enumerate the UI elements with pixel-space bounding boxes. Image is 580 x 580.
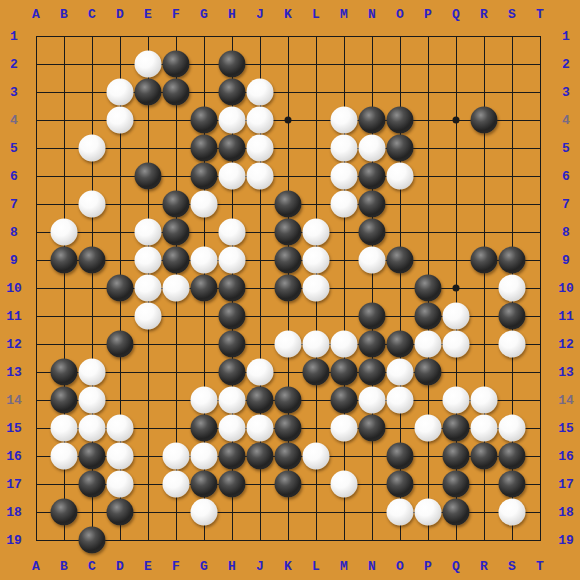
black-stone (471, 107, 498, 134)
black-stone (107, 331, 134, 358)
white-stone (219, 163, 246, 190)
black-stone (219, 51, 246, 78)
black-stone (499, 471, 526, 498)
row-label-right: 6 (562, 170, 570, 183)
black-stone (415, 275, 442, 302)
white-stone (499, 275, 526, 302)
white-stone (51, 219, 78, 246)
black-stone (387, 443, 414, 470)
black-stone (191, 415, 218, 442)
column-label-bottom: Q (452, 560, 460, 573)
column-label-bottom: S (508, 560, 516, 573)
white-stone (219, 107, 246, 134)
column-label-top: M (340, 8, 348, 21)
row-label-right: 13 (558, 366, 574, 379)
black-stone (359, 303, 386, 330)
white-stone (163, 471, 190, 498)
white-stone (219, 247, 246, 274)
white-stone (79, 415, 106, 442)
white-stone (107, 471, 134, 498)
black-stone (79, 471, 106, 498)
black-stone (359, 415, 386, 442)
black-stone (443, 471, 470, 498)
row-label-left: 6 (10, 170, 18, 183)
row-label-left: 13 (6, 366, 22, 379)
black-stone (219, 303, 246, 330)
white-stone (247, 415, 274, 442)
star-point (453, 285, 460, 292)
black-stone (275, 471, 302, 498)
row-label-right: 9 (562, 254, 570, 267)
black-stone (275, 275, 302, 302)
white-stone (219, 219, 246, 246)
black-stone (387, 471, 414, 498)
white-stone (79, 191, 106, 218)
black-stone (303, 359, 330, 386)
row-label-left: 12 (6, 338, 22, 351)
white-stone (303, 443, 330, 470)
black-stone (275, 443, 302, 470)
white-stone (471, 387, 498, 414)
black-stone (359, 331, 386, 358)
white-stone (163, 275, 190, 302)
row-label-right: 11 (558, 310, 574, 323)
white-stone (303, 275, 330, 302)
grid-line-horizontal (36, 372, 541, 373)
black-stone (107, 499, 134, 526)
black-stone (163, 247, 190, 274)
row-label-left: 3 (10, 86, 18, 99)
white-stone (303, 331, 330, 358)
column-label-bottom: E (144, 560, 152, 573)
white-stone (79, 135, 106, 162)
column-label-bottom: M (340, 560, 348, 573)
black-stone (191, 135, 218, 162)
column-label-bottom: H (228, 560, 236, 573)
black-stone (331, 359, 358, 386)
column-label-bottom: C (88, 560, 96, 573)
white-stone (443, 303, 470, 330)
black-stone (51, 359, 78, 386)
row-label-right: 5 (562, 142, 570, 155)
row-label-left: 14 (6, 394, 22, 407)
white-stone (247, 163, 274, 190)
column-label-top: T (536, 8, 544, 21)
column-label-top: P (424, 8, 432, 21)
black-stone (191, 471, 218, 498)
column-label-bottom: J (256, 560, 264, 573)
row-label-left: 17 (6, 478, 22, 491)
white-stone (247, 107, 274, 134)
black-stone (219, 359, 246, 386)
black-stone (275, 219, 302, 246)
white-stone (51, 443, 78, 470)
column-label-bottom: A (32, 560, 40, 573)
black-stone (387, 331, 414, 358)
black-stone (415, 303, 442, 330)
black-stone (163, 191, 190, 218)
go-board[interactable]: AABBCCDDEEFFGGHHJJKKLLMMNNOOPPQQRRSSTT11… (0, 0, 580, 580)
column-label-top: N (368, 8, 376, 21)
grid-line-vertical (540, 36, 541, 541)
column-label-top: D (116, 8, 124, 21)
white-stone (191, 443, 218, 470)
black-stone (443, 443, 470, 470)
column-label-top: A (32, 8, 40, 21)
column-label-top: R (480, 8, 488, 21)
column-label-top: S (508, 8, 516, 21)
row-label-right: 16 (558, 450, 574, 463)
black-stone (387, 135, 414, 162)
column-label-top: E (144, 8, 152, 21)
black-stone (163, 79, 190, 106)
black-stone (79, 443, 106, 470)
white-stone (359, 135, 386, 162)
white-stone (247, 79, 274, 106)
column-label-top: J (256, 8, 264, 21)
black-stone (163, 51, 190, 78)
white-stone (79, 387, 106, 414)
white-stone (499, 415, 526, 442)
black-stone (191, 107, 218, 134)
black-stone (275, 415, 302, 442)
black-stone (163, 219, 190, 246)
white-stone (331, 471, 358, 498)
white-stone (331, 163, 358, 190)
row-label-left: 4 (10, 114, 18, 127)
black-stone (499, 443, 526, 470)
white-stone (191, 247, 218, 274)
column-label-bottom: T (536, 560, 544, 573)
column-label-bottom: R (480, 560, 488, 573)
column-label-bottom: F (172, 560, 180, 573)
white-stone (499, 331, 526, 358)
column-label-top: K (284, 8, 292, 21)
row-label-left: 1 (10, 30, 18, 43)
row-label-left: 11 (6, 310, 22, 323)
star-point (453, 117, 460, 124)
black-stone (387, 107, 414, 134)
star-point (285, 117, 292, 124)
white-stone (303, 219, 330, 246)
black-stone (387, 247, 414, 274)
black-stone (51, 247, 78, 274)
white-stone (331, 331, 358, 358)
black-stone (443, 499, 470, 526)
black-stone (191, 275, 218, 302)
black-stone (51, 499, 78, 526)
column-label-bottom: O (396, 560, 404, 573)
row-label-right: 18 (558, 506, 574, 519)
white-stone (415, 331, 442, 358)
column-label-top: F (172, 8, 180, 21)
row-label-right: 19 (558, 534, 574, 547)
column-label-top: B (60, 8, 68, 21)
white-stone (387, 359, 414, 386)
black-stone (331, 387, 358, 414)
row-label-left: 8 (10, 226, 18, 239)
white-stone (415, 415, 442, 442)
column-label-top: G (200, 8, 208, 21)
white-stone (247, 359, 274, 386)
row-label-right: 12 (558, 338, 574, 351)
row-label-right: 4 (562, 114, 570, 127)
row-label-left: 18 (6, 506, 22, 519)
black-stone (135, 163, 162, 190)
row-label-right: 10 (558, 282, 574, 295)
white-stone (107, 443, 134, 470)
white-stone (191, 387, 218, 414)
black-stone (275, 387, 302, 414)
white-stone (303, 247, 330, 274)
column-label-bottom: L (312, 560, 320, 573)
black-stone (247, 443, 274, 470)
row-label-right: 8 (562, 226, 570, 239)
black-stone (359, 191, 386, 218)
column-label-top: O (396, 8, 404, 21)
black-stone (443, 415, 470, 442)
column-label-bottom: P (424, 560, 432, 573)
white-stone (135, 247, 162, 274)
white-stone (135, 219, 162, 246)
column-label-top: L (312, 8, 320, 21)
row-label-left: 19 (6, 534, 22, 547)
white-stone (331, 415, 358, 442)
black-stone (499, 247, 526, 274)
white-stone (471, 415, 498, 442)
white-stone (135, 51, 162, 78)
black-stone (359, 219, 386, 246)
black-stone (359, 163, 386, 190)
white-stone (107, 415, 134, 442)
row-label-left: 16 (6, 450, 22, 463)
white-stone (443, 387, 470, 414)
row-label-left: 2 (10, 58, 18, 71)
grid-line-horizontal (36, 540, 541, 541)
white-stone (51, 415, 78, 442)
white-stone (79, 359, 106, 386)
column-label-bottom: D (116, 560, 124, 573)
column-label-bottom: G (200, 560, 208, 573)
black-stone (471, 443, 498, 470)
white-stone (275, 331, 302, 358)
row-label-left: 15 (6, 422, 22, 435)
white-stone (219, 387, 246, 414)
white-stone (387, 387, 414, 414)
black-stone (471, 247, 498, 274)
white-stone (415, 499, 442, 526)
row-label-right: 3 (562, 86, 570, 99)
black-stone (415, 359, 442, 386)
white-stone (359, 247, 386, 274)
black-stone (219, 471, 246, 498)
row-label-right: 15 (558, 422, 574, 435)
white-stone (331, 135, 358, 162)
black-stone (275, 191, 302, 218)
white-stone (387, 163, 414, 190)
black-stone (247, 387, 274, 414)
column-label-top: H (228, 8, 236, 21)
white-stone (135, 275, 162, 302)
column-label-bottom: B (60, 560, 68, 573)
column-label-top: C (88, 8, 96, 21)
black-stone (499, 303, 526, 330)
white-stone (163, 443, 190, 470)
column-label-bottom: N (368, 560, 376, 573)
white-stone (331, 191, 358, 218)
white-stone (107, 79, 134, 106)
black-stone (359, 359, 386, 386)
row-label-right: 2 (562, 58, 570, 71)
white-stone (219, 415, 246, 442)
black-stone (107, 275, 134, 302)
row-label-left: 9 (10, 254, 18, 267)
black-stone (51, 387, 78, 414)
black-stone (191, 163, 218, 190)
row-label-right: 14 (558, 394, 574, 407)
black-stone (219, 331, 246, 358)
white-stone (107, 107, 134, 134)
row-label-right: 7 (562, 198, 570, 211)
black-stone (219, 275, 246, 302)
black-stone (79, 527, 106, 554)
black-stone (135, 79, 162, 106)
white-stone (191, 191, 218, 218)
row-label-right: 17 (558, 478, 574, 491)
white-stone (135, 303, 162, 330)
row-label-left: 7 (10, 198, 18, 211)
white-stone (443, 331, 470, 358)
black-stone (79, 247, 106, 274)
white-stone (191, 499, 218, 526)
black-stone (359, 107, 386, 134)
row-label-left: 5 (10, 142, 18, 155)
black-stone (219, 443, 246, 470)
white-stone (331, 107, 358, 134)
white-stone (499, 499, 526, 526)
row-label-right: 1 (562, 30, 570, 43)
white-stone (387, 499, 414, 526)
black-stone (219, 79, 246, 106)
column-label-bottom: K (284, 560, 292, 573)
black-stone (275, 247, 302, 274)
black-stone (219, 135, 246, 162)
white-stone (247, 135, 274, 162)
white-stone (359, 387, 386, 414)
column-label-top: Q (452, 8, 460, 21)
row-label-left: 10 (6, 282, 22, 295)
